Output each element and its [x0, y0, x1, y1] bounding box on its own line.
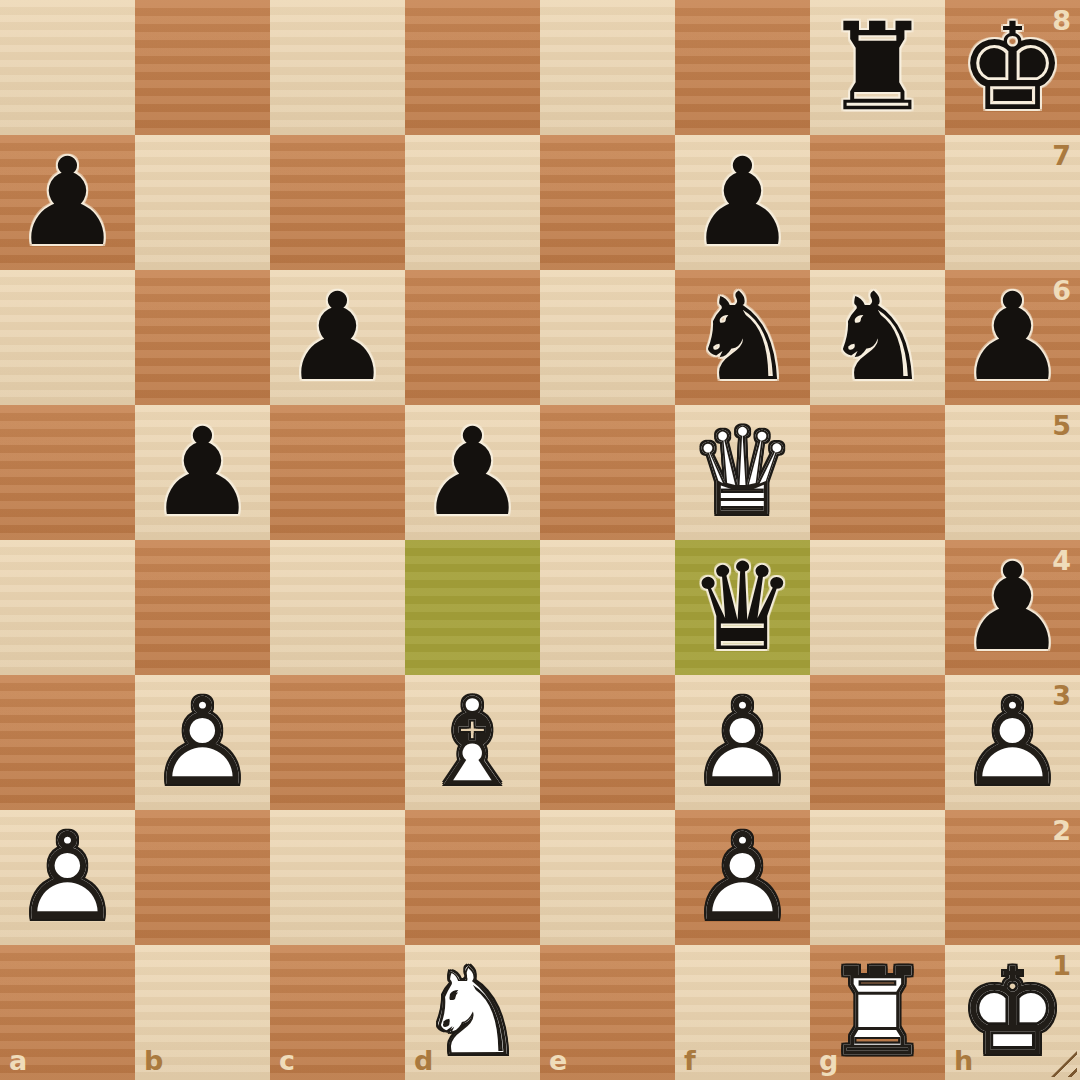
square-f2[interactable]: ♟♙: [675, 810, 810, 945]
square-e4[interactable]: [540, 540, 675, 675]
piece-black-queen[interactable]: ♛: [675, 540, 810, 675]
file-label-f: f: [684, 1047, 696, 1074]
square-a8[interactable]: [0, 0, 135, 135]
piece-black-pawn[interactable]: ♟: [270, 270, 405, 405]
square-h2[interactable]: 2: [945, 810, 1080, 945]
square-e1[interactable]: e: [540, 945, 675, 1080]
piece-white-bishop[interactable]: ♝♗: [405, 675, 540, 810]
square-c6[interactable]: ♟: [270, 270, 405, 405]
rank-label-3: 3: [1052, 682, 1071, 709]
square-e3[interactable]: [540, 675, 675, 810]
chess-board: ♜♚8♟♟7♟♞♞♟6♟♟♛♕5♛♟4♟♙♝♗♟♙♟♙3♟♙♟♙2abc♞♘de…: [0, 0, 1080, 1080]
square-d8[interactable]: [405, 0, 540, 135]
file-label-b: b: [144, 1047, 163, 1074]
square-f5[interactable]: ♛♕: [675, 405, 810, 540]
rank-label-1: 1: [1052, 952, 1071, 979]
square-b2[interactable]: [135, 810, 270, 945]
black-knight-glyph: ♞: [675, 270, 810, 405]
rank-label-2: 2: [1052, 817, 1071, 844]
black-knight-glyph: ♞: [810, 270, 945, 405]
rank-label-5: 5: [1052, 412, 1071, 439]
piece-black-pawn[interactable]: ♟: [675, 135, 810, 270]
square-b1[interactable]: b: [135, 945, 270, 1080]
black-pawn-glyph: ♟: [270, 270, 405, 405]
black-queen-glyph: ♛: [675, 540, 810, 675]
square-b3[interactable]: ♟♙: [135, 675, 270, 810]
file-label-a: a: [9, 1047, 27, 1074]
file-label-h: h: [954, 1047, 973, 1074]
square-a3[interactable]: [0, 675, 135, 810]
rank-label-6: 6: [1052, 277, 1071, 304]
white-pawn-outline: ♙: [135, 675, 270, 810]
square-h7[interactable]: 7: [945, 135, 1080, 270]
piece-black-knight[interactable]: ♞: [810, 270, 945, 405]
square-d6[interactable]: [405, 270, 540, 405]
square-b7[interactable]: [135, 135, 270, 270]
black-rook-glyph: ♜: [810, 0, 945, 135]
white-queen-outline: ♕: [675, 405, 810, 540]
piece-white-pawn[interactable]: ♟♙: [135, 675, 270, 810]
piece-white-queen[interactable]: ♛♕: [675, 405, 810, 540]
piece-black-pawn[interactable]: ♟: [405, 405, 540, 540]
square-e8[interactable]: [540, 0, 675, 135]
square-e7[interactable]: [540, 135, 675, 270]
square-f1[interactable]: f: [675, 945, 810, 1080]
square-g8[interactable]: ♜: [810, 0, 945, 135]
rank-label-4: 4: [1052, 547, 1071, 574]
square-b5[interactable]: ♟: [135, 405, 270, 540]
black-pawn-glyph: ♟: [405, 405, 540, 540]
square-f3[interactable]: ♟♙: [675, 675, 810, 810]
square-a7[interactable]: ♟: [0, 135, 135, 270]
square-a4[interactable]: [0, 540, 135, 675]
square-g2[interactable]: [810, 810, 945, 945]
square-a6[interactable]: [0, 270, 135, 405]
square-d2[interactable]: [405, 810, 540, 945]
white-pawn-outline: ♙: [675, 810, 810, 945]
file-label-e: e: [549, 1047, 567, 1074]
piece-white-pawn[interactable]: ♟♙: [675, 675, 810, 810]
square-f4[interactable]: ♛: [675, 540, 810, 675]
rank-label-8: 8: [1052, 7, 1071, 34]
piece-black-pawn[interactable]: ♟: [0, 135, 135, 270]
square-a2[interactable]: ♟♙: [0, 810, 135, 945]
square-d5[interactable]: ♟: [405, 405, 540, 540]
square-e5[interactable]: [540, 405, 675, 540]
rank-label-7: 7: [1052, 142, 1071, 169]
white-pawn-outline: ♙: [675, 675, 810, 810]
square-d1[interactable]: ♞♘d: [405, 945, 540, 1080]
file-label-g: g: [819, 1047, 838, 1074]
square-c7[interactable]: [270, 135, 405, 270]
square-h4[interactable]: ♟4: [945, 540, 1080, 675]
square-c1[interactable]: c: [270, 945, 405, 1080]
piece-white-pawn[interactable]: ♟♙: [675, 810, 810, 945]
piece-black-knight[interactable]: ♞: [675, 270, 810, 405]
piece-black-pawn[interactable]: ♟: [135, 405, 270, 540]
black-pawn-glyph: ♟: [135, 405, 270, 540]
piece-white-pawn[interactable]: ♟♙: [0, 810, 135, 945]
square-e2[interactable]: [540, 810, 675, 945]
square-h1[interactable]: ♚♔1h: [945, 945, 1080, 1080]
square-d3[interactable]: ♝♗: [405, 675, 540, 810]
square-g3[interactable]: [810, 675, 945, 810]
square-c4[interactable]: [270, 540, 405, 675]
square-h5[interactable]: 5: [945, 405, 1080, 540]
piece-black-rook[interactable]: ♜: [810, 0, 945, 135]
square-c2[interactable]: [270, 810, 405, 945]
square-d4[interactable]: [405, 540, 540, 675]
black-pawn-glyph: ♟: [0, 135, 135, 270]
white-pawn-outline: ♙: [0, 810, 135, 945]
square-c3[interactable]: [270, 675, 405, 810]
square-c8[interactable]: [270, 0, 405, 135]
square-g4[interactable]: [810, 540, 945, 675]
white-bishop-outline: ♗: [405, 675, 540, 810]
square-d7[interactable]: [405, 135, 540, 270]
square-b8[interactable]: [135, 0, 270, 135]
square-e6[interactable]: [540, 270, 675, 405]
square-h6[interactable]: ♟6: [945, 270, 1080, 405]
black-pawn-glyph: ♟: [675, 135, 810, 270]
square-b6[interactable]: [135, 270, 270, 405]
square-c5[interactable]: [270, 405, 405, 540]
square-f7[interactable]: ♟: [675, 135, 810, 270]
square-f8[interactable]: [675, 0, 810, 135]
square-a1[interactable]: a: [0, 945, 135, 1080]
square-g5[interactable]: [810, 405, 945, 540]
square-b4[interactable]: [135, 540, 270, 675]
square-g6[interactable]: ♞: [810, 270, 945, 405]
file-label-c: c: [279, 1047, 295, 1074]
square-g7[interactable]: [810, 135, 945, 270]
square-f6[interactable]: ♞: [675, 270, 810, 405]
square-h8[interactable]: ♚8: [945, 0, 1080, 135]
square-h3[interactable]: ♟♙3: [945, 675, 1080, 810]
square-g1[interactable]: ♜♖g: [810, 945, 945, 1080]
file-label-d: d: [414, 1047, 433, 1074]
square-a5[interactable]: [0, 405, 135, 540]
